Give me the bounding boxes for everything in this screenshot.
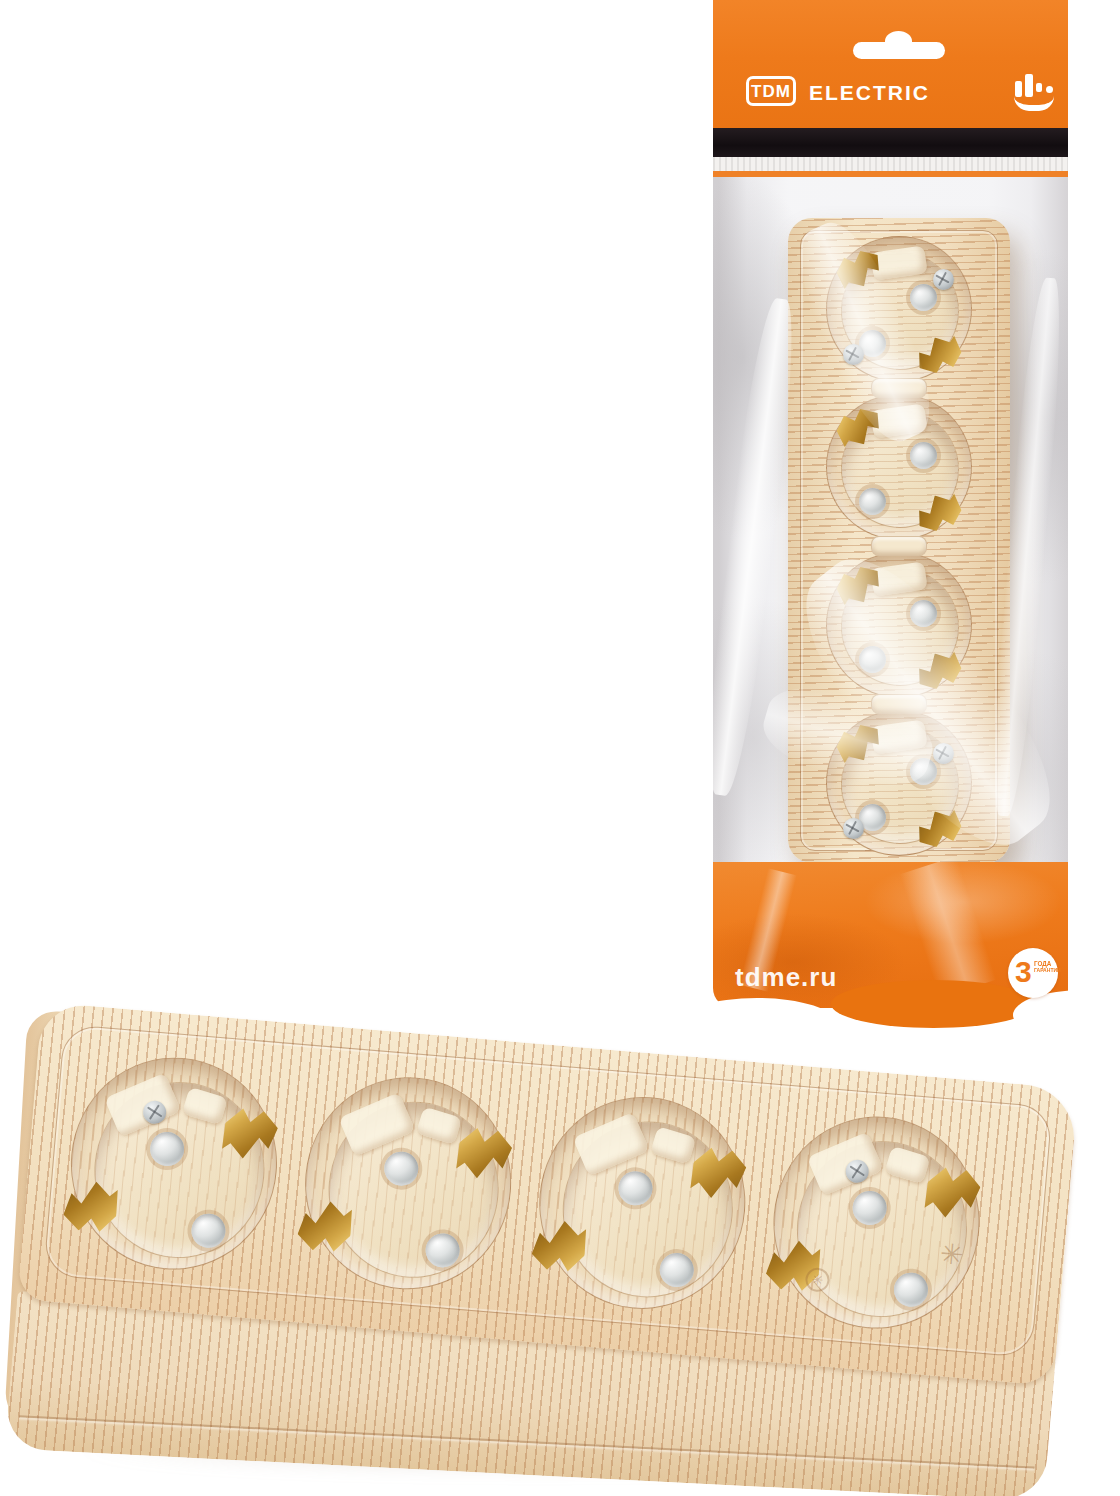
socket [62, 1049, 285, 1277]
screw [843, 818, 864, 839]
brand-logo-text: ELECTRIC [809, 81, 930, 105]
package-header: TDM ELECTRIC [713, 0, 1068, 128]
screw [843, 344, 864, 365]
socket [826, 552, 972, 698]
pin-hole [859, 488, 886, 515]
smile-dot-icon [1046, 86, 1053, 93]
inter-socket-bridge [871, 694, 927, 714]
pin-hole [910, 600, 937, 627]
euro-hang-slot [853, 42, 945, 59]
footer-bag-fold [831, 980, 1036, 1028]
package-footer: tdme.ru 3 ГОДА ГАРАНТИИ [713, 862, 1068, 1008]
case-seam-line [19, 1415, 1034, 1468]
socket [826, 394, 972, 540]
package-black-band [713, 128, 1068, 157]
pin-hole [910, 284, 937, 311]
product-photo-stage: TDM ELECTRIC [0, 0, 1120, 1496]
warranty-unit-text: ГОДА [1034, 961, 1061, 967]
footer-fold-highlight [899, 856, 996, 998]
socket [297, 1069, 520, 1297]
smile-bar-icon [1025, 74, 1033, 97]
package-seal-band [713, 157, 1068, 171]
screw [933, 743, 954, 764]
inter-socket-bridge [871, 378, 927, 398]
socket [826, 236, 972, 382]
socket: ✳✳ [765, 1108, 988, 1336]
pin-hole [910, 758, 937, 785]
socket [531, 1089, 754, 1317]
tdm-smile-icon [1013, 72, 1057, 116]
warranty-label: ГОДА ГАРАНТИИ [1034, 961, 1064, 975]
smile-bar-icon [1036, 83, 1042, 92]
warranty-years: 3 [1015, 955, 1032, 989]
retail-package: TDM ELECTRIC [713, 0, 1068, 1030]
website-text: tdme.ru [735, 962, 837, 993]
pin-hole [859, 646, 886, 673]
pin-hole [910, 442, 937, 469]
plastic-bag [713, 177, 1068, 863]
inter-socket-bridge [871, 536, 927, 556]
warranty-word-text: ГАРАНТИИ [1034, 968, 1056, 973]
smile-arc-icon [1014, 96, 1054, 111]
socket [826, 710, 972, 856]
screw [933, 269, 954, 290]
warranty-badge: 3 ГОДА ГАРАНТИИ [1008, 948, 1058, 998]
brand-logo-box: TDM [746, 76, 796, 106]
embossed-mark: ✳ [939, 1240, 965, 1270]
footer-bag-edge [677, 998, 837, 1050]
smile-bar-icon [1015, 81, 1022, 97]
packaged-socket-block [788, 218, 1010, 863]
power-strip-block: ✳✳ [4, 1002, 1078, 1496]
